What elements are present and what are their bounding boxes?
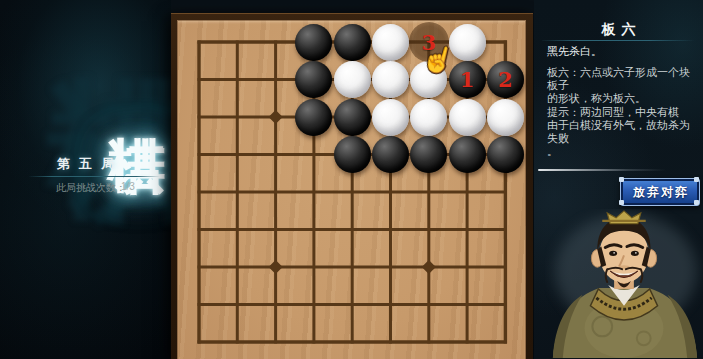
move-number-label: 1 [460,69,475,90]
challenge-count-value: 1/3 [121,181,135,192]
give-up-button[interactable]: 放弃对弈 [620,178,700,206]
stone-white [334,61,371,98]
stone-black: 2 [487,61,524,98]
hint-marker[interactable]: 3 [409,22,449,62]
round-label: 第五局 [0,155,171,173]
page-title-calligraphy: 诘棋 [0,10,171,170]
title-divider [542,40,695,41]
description-line: 提示：两边同型，中央有棋 [547,106,699,119]
advisor-character-illustration [545,209,703,359]
hint-move-number: 3 [421,32,436,53]
description-line: 由于白棋没有外气，故劫杀为失败 [547,119,699,145]
description-line: 的形状，称为板六。 [547,92,699,105]
left-divider [28,176,160,177]
challenge-count-label: 此局挑战次数： [56,181,126,195]
description-line: 。 [547,145,699,158]
game-screen: 诘棋 诘棋 第五局 此局挑战次数： 1/3 123 ☝ 板六 黑先杀白。 板六：… [0,0,703,359]
stone-black [295,24,332,61]
puzzle-title: 板六 [534,21,703,39]
stone-black [487,136,524,173]
stone-black [334,24,371,61]
stone-black [295,99,332,136]
puzzle-description: 板六：六点或六子形成一个块板子的形状，称为板六。提示：两边同型，中央有棋由于白棋… [547,66,699,158]
stone-white [410,99,447,136]
stone-black [334,99,371,136]
stone-black [334,136,371,173]
stone-black [449,136,486,173]
stone-white [372,99,409,136]
stone-white [449,24,486,61]
pre-button-divider [538,169,666,171]
stone-white [372,24,409,61]
stone-black [372,136,409,173]
right-panel: 板六 黑先杀白。 板六：六点或六子形成一个块板子的形状，称为板六。提示：两边同型… [534,0,703,359]
stone-white [449,99,486,136]
stone-white [372,61,409,98]
stone-black: 1 [449,61,486,98]
go-board: 123 ☝ [171,13,533,359]
stone-white [487,99,524,136]
move-number-label: 2 [498,69,513,90]
task-text: 黑先杀白。 [547,44,602,59]
left-panel: 诘棋 诘棋 第五局 此局挑战次数： 1/3 [0,0,171,359]
description-line: 板六：六点或六子形成一个块板子 [547,66,699,92]
